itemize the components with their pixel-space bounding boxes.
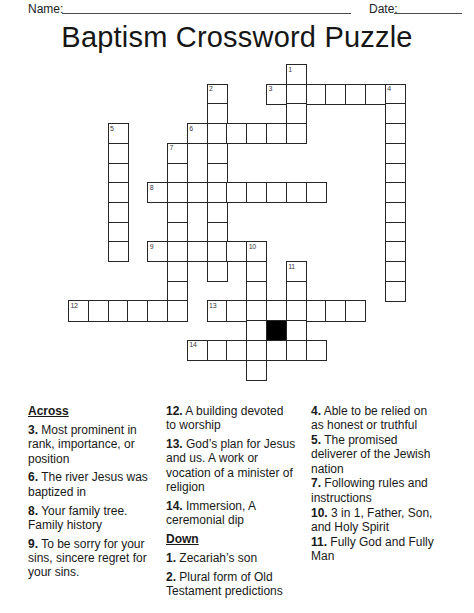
cell-r12-c11[interactable] [286, 300, 307, 321]
cell-r3-c8[interactable] [226, 123, 247, 144]
cell-r12-c8[interactable] [226, 300, 247, 321]
cell-r13-c11[interactable] [286, 320, 307, 341]
clue-text: Plural form of Old Testament predictions [166, 570, 283, 598]
cell-r11-c16[interactable] [385, 281, 406, 302]
cell-r6-c12[interactable] [306, 182, 327, 203]
clue-down-7: 7. Following rules and instructions [311, 476, 463, 505]
cell-r12-c10[interactable] [266, 300, 287, 321]
clue-text: Most prominent in rank, importance, or p… [28, 423, 137, 466]
cell-r4-c7[interactable] [207, 143, 228, 164]
clues-column-middle: 12. A building devoted to worship13. God… [166, 404, 312, 603]
cell-r10-c5[interactable] [167, 261, 188, 282]
cell-r8-c7[interactable] [207, 222, 228, 243]
page-title: Baptism Crossword Puzzle [0, 20, 474, 54]
cell-r1-c10[interactable]: 3 [266, 84, 287, 105]
clue-text: Following rules and instructions [311, 476, 428, 504]
cell-r14-c12[interactable] [306, 340, 327, 361]
cell-r14-c6[interactable]: 14 [187, 340, 208, 361]
clue-down-1: 1. Zecariah’s son [166, 551, 312, 565]
cell-r1-c14[interactable] [345, 84, 366, 105]
cell-r4-c2[interactable] [108, 143, 129, 164]
clue-number: 6. [28, 470, 38, 484]
cell-r6-c2[interactable] [108, 182, 129, 203]
clue-number: 11. [311, 535, 327, 549]
cell-r6-c5[interactable] [167, 182, 188, 203]
cell-number-6: 6 [189, 125, 193, 132]
cell-r3-c6[interactable]: 6 [187, 123, 208, 144]
cell-r10-c11[interactable]: 11 [286, 261, 307, 282]
cell-r12-c13[interactable] [325, 300, 346, 321]
cell-r3-c2[interactable]: 5 [108, 123, 129, 144]
clue-down-5: 5. The promised deliverer of the Jewish … [311, 433, 463, 476]
cell-r5-c7[interactable] [207, 163, 228, 184]
cell-r12-c12[interactable] [306, 300, 327, 321]
cell-r7-c2[interactable] [108, 202, 129, 223]
date-fill-line[interactable] [394, 13, 462, 14]
clue-text: Fully God and Fully Man [311, 535, 434, 563]
cell-number-9: 9 [150, 243, 154, 250]
cell-r12-c9[interactable] [246, 300, 267, 321]
cell-r6-c9[interactable] [246, 182, 267, 203]
cell-r5-c2[interactable] [108, 163, 129, 184]
cell-r1-c13[interactable] [325, 84, 346, 105]
cell-r3-c11[interactable] [286, 123, 307, 144]
cell-r6-c6[interactable] [187, 182, 208, 203]
cell-r8-c16[interactable] [385, 222, 406, 243]
cell-number-8: 8 [150, 184, 154, 191]
clue-down-4: 4. Able to be relied on as honest or tru… [311, 404, 463, 433]
cell-r9-c7[interactable] [207, 241, 228, 262]
cell-r3-c10[interactable] [266, 123, 287, 144]
across-header: Across [28, 404, 166, 418]
clue-text: A building devoted to worship [166, 404, 283, 432]
cell-number-5: 5 [110, 125, 114, 132]
cell-r9-c16[interactable] [385, 241, 406, 262]
cell-r12-c5[interactable] [167, 300, 188, 321]
clue-number: 13. [166, 437, 183, 451]
cell-number-11: 11 [288, 263, 295, 270]
clue-across-9: 9. To be sorry for your sins, sincere re… [28, 537, 166, 580]
cell-number-14: 14 [189, 341, 196, 348]
clue-across-3: 3. Most prominent in rank, importance, o… [28, 423, 166, 466]
cell-r14-c11[interactable] [286, 340, 307, 361]
clue-number: 9. [28, 537, 38, 551]
clue-text: Your family tree. Family history [28, 504, 127, 532]
cell-number-4: 4 [387, 85, 391, 92]
cell-r6-c7[interactable] [207, 182, 228, 203]
cell-r9-c8[interactable] [226, 241, 247, 262]
cell-r14-c8[interactable] [226, 340, 247, 361]
cell-r14-c10[interactable] [266, 340, 287, 361]
cell-number-1: 1 [288, 66, 292, 73]
clue-across-8: 8. Your family tree. Family history [28, 504, 166, 533]
cell-r3-c7[interactable] [207, 123, 228, 144]
cell-r9-c6[interactable] [187, 241, 208, 262]
clue-number: 14. [166, 499, 183, 513]
cell-number-12: 12 [71, 302, 78, 309]
clue-number: 5. [311, 433, 321, 447]
name-fill-line[interactable] [62, 13, 351, 14]
down-header: Down [166, 532, 312, 546]
cell-r6-c4[interactable]: 8 [147, 182, 168, 203]
cell-r12-c2[interactable] [108, 300, 129, 321]
clues-column-down: 4. Able to be relied on as honest or tru… [311, 404, 463, 564]
clue-across-12: 12. A building devoted to worship [166, 404, 312, 433]
cell-r11-c5[interactable] [167, 281, 188, 302]
cell-r4-c5[interactable]: 7 [167, 143, 188, 164]
cell-r5-c16[interactable] [385, 163, 406, 184]
cell-r1-c16[interactable]: 4 [385, 84, 406, 105]
cell-r9-c4[interactable]: 9 [147, 241, 168, 262]
cell-r3-c9[interactable] [246, 123, 267, 144]
clue-across-14: 14. Immersion, A ceremonial dip [166, 499, 312, 528]
clue-down-10: 10. 3 in 1, Father, Son, and Holy Spirit [311, 506, 463, 535]
cell-r12-c0[interactable]: 12 [68, 300, 89, 321]
cell-r9-c5[interactable] [167, 241, 188, 262]
cell-r12-c3[interactable] [127, 300, 148, 321]
cell-r4-c16[interactable] [385, 143, 406, 164]
cell-number-3: 3 [269, 85, 273, 92]
cell-r10-c9[interactable] [246, 261, 267, 282]
cell-r8-c5[interactable] [167, 222, 188, 243]
clue-number: 10. [311, 506, 328, 520]
cell-r9-c9[interactable]: 10 [246, 241, 267, 262]
clue-text: 3 in 1, Father, Son, and Holy Spirit [311, 506, 432, 534]
cell-r14-c7[interactable] [207, 340, 228, 361]
crossword-worksheet: { "header": { "name_label": "Name:", "da… [0, 0, 474, 613]
clue-down-2: 2. Plural form of Old Testament predicti… [166, 570, 312, 599]
cell-r9-c2[interactable] [108, 241, 129, 262]
cell-r12-c7[interactable]: 13 [207, 300, 228, 321]
cell-number-13: 13 [209, 302, 216, 309]
cell-r6-c11[interactable] [286, 182, 307, 203]
cell-r14-c9[interactable] [246, 340, 267, 361]
cell-r7-c5[interactable] [167, 202, 188, 223]
clue-text: The river Jesus was baptized in [28, 470, 148, 498]
clue-number: 3. [28, 423, 38, 437]
cell-number-10: 10 [249, 243, 256, 250]
cell-r1-c11[interactable] [286, 84, 307, 105]
cell-r1-c12[interactable] [306, 84, 327, 105]
cell-r11-c11[interactable] [286, 281, 307, 302]
clue-down-11: 11. Fully God and Fully Man [311, 535, 463, 564]
clues-column-across: Across 3. Most prominent in rank, import… [28, 404, 166, 584]
cell-r1-c7[interactable]: 2 [207, 84, 228, 105]
cell-r2-c11[interactable] [286, 103, 307, 124]
cell-r6-c8[interactable] [226, 182, 247, 203]
clue-across-6: 6. The river Jesus was baptized in [28, 470, 166, 499]
clue-text: Zecariah’s son [176, 551, 257, 565]
cell-r5-c5[interactable] [167, 163, 188, 184]
clue-text: The promised deliverer of the Jewish nat… [311, 433, 430, 476]
cell-r6-c16[interactable] [385, 182, 406, 203]
clue-number: 4. [311, 404, 321, 418]
clue-across-13: 13. God’s plan for Jesus and us. A work … [166, 437, 312, 494]
cell-r15-c9[interactable] [246, 360, 267, 381]
crossword-grid: 1234567891011121314 [68, 64, 408, 382]
name-label: Name: [28, 2, 63, 16]
cell-r12-c4[interactable] [147, 300, 168, 321]
clue-text: God’s plan for Jesus and us. A work or v… [166, 437, 295, 494]
cell-r10-c7[interactable] [207, 261, 228, 282]
cell-r13-c9[interactable] [246, 320, 267, 341]
cell-r12-c14[interactable] [345, 300, 366, 321]
cell-r0-c11[interactable]: 1 [286, 64, 307, 85]
clue-number: 2. [166, 570, 176, 584]
cell-r2-c16[interactable] [385, 103, 406, 124]
clue-number: 7. [311, 476, 321, 490]
cell-r7-c16[interactable] [385, 202, 406, 223]
cell-r10-c16[interactable] [385, 261, 406, 282]
black-cell [266, 320, 287, 341]
clue-text: To be sorry for your sins, sincere regre… [28, 537, 147, 580]
cell-r6-c10[interactable] [266, 182, 287, 203]
cell-r7-c7[interactable] [207, 202, 228, 223]
cell-r2-c7[interactable] [207, 103, 228, 124]
cell-number-7: 7 [170, 144, 174, 151]
clue-number: 8. [28, 504, 38, 518]
clue-text: Able to be relied on as honest or truthf… [311, 404, 427, 432]
cell-r8-c2[interactable] [108, 222, 129, 243]
cell-r3-c16[interactable] [385, 123, 406, 144]
clue-number: 1. [166, 551, 176, 565]
cell-r11-c9[interactable] [246, 281, 267, 302]
cell-r12-c1[interactable] [88, 300, 109, 321]
cell-number-2: 2 [209, 85, 213, 92]
clue-number: 12. [166, 404, 183, 418]
cell-r1-c15[interactable] [365, 84, 386, 105]
